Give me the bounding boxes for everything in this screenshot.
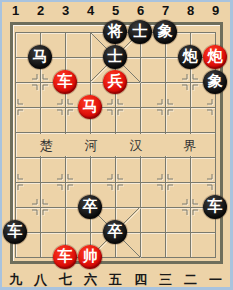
file-label-top: 2: [28, 3, 53, 18]
grid-cell: [65, 32, 90, 57]
grid-cell: [190, 107, 215, 132]
grid-cell: [140, 107, 165, 132]
piece-black-general[interactable]: 将: [103, 20, 127, 44]
xiangqi-board: 123456789 楚河汉界 九八七六五四三二一 将士象马士炮炮车兵象马卒车车卒…: [0, 0, 233, 290]
file-label-top: 1: [3, 3, 28, 18]
grid-cell: [15, 82, 40, 107]
piece-black-cannon[interactable]: 炮: [178, 45, 202, 69]
piece-red-soldier[interactable]: 兵: [103, 70, 127, 94]
grid-cell: [115, 157, 140, 182]
piece-black-soldier[interactable]: 卒: [78, 195, 102, 219]
file-label-top: 6: [128, 3, 153, 18]
grid-cell: [165, 182, 190, 207]
river-text: 河: [81, 137, 101, 155]
river-band: 楚河汉界: [17, 134, 214, 156]
piece-red-cannon[interactable]: 炮: [203, 45, 227, 69]
file-label-top: 8: [178, 3, 203, 18]
grid-cell: [140, 207, 165, 232]
grid-cell: [40, 182, 65, 207]
grid-cell: [165, 82, 190, 107]
piece-red-horse[interactable]: 马: [78, 95, 102, 119]
grid-cell: [40, 157, 65, 182]
grid-cell: [165, 207, 190, 232]
river-text: 界: [180, 137, 200, 155]
grid-cell: [165, 107, 190, 132]
grid-cell: [65, 157, 90, 182]
grid-cell: [15, 107, 40, 132]
piece-black-soldier[interactable]: 卒: [103, 220, 127, 244]
grid-cell: [190, 157, 215, 182]
file-label-top: 9: [203, 3, 228, 18]
piece-black-horse[interactable]: 马: [28, 45, 52, 69]
piece-black-advisor[interactable]: 士: [128, 20, 152, 44]
grid-cell: [140, 82, 165, 107]
grid-cell: [115, 182, 140, 207]
page-edge-top: [0, 0, 233, 2]
grid-cell: [140, 57, 165, 82]
grid-cell: [165, 232, 190, 257]
grid-cell: [140, 232, 165, 257]
piece-black-elephant[interactable]: 象: [203, 70, 227, 94]
grid-cell: [140, 182, 165, 207]
grid-cell: [190, 232, 215, 257]
file-numbers-top: 123456789: [3, 3, 228, 18]
piece-red-chariot[interactable]: 车: [53, 70, 77, 94]
page-edge-right: [230, 0, 233, 290]
piece-black-chariot[interactable]: 车: [3, 220, 27, 244]
grid-cell: [115, 107, 140, 132]
piece-red-chariot[interactable]: 车: [53, 245, 77, 269]
grid-cell: [15, 157, 40, 182]
grid-cell: [90, 157, 115, 182]
piece-black-chariot[interactable]: 车: [203, 195, 227, 219]
grid-cell: [40, 207, 65, 232]
page-edge-left: [0, 0, 2, 290]
river-text: 楚: [36, 137, 56, 155]
file-label-top: 7: [153, 3, 178, 18]
river-text: 汉: [126, 137, 146, 155]
grid-cell: [140, 157, 165, 182]
file-label-top: 4: [78, 3, 103, 18]
piece-black-advisor[interactable]: 士: [103, 45, 127, 69]
file-label-top: 3: [53, 3, 78, 18]
piece-red-general[interactable]: 帅: [78, 245, 102, 269]
piece-black-elephant[interactable]: 象: [153, 20, 177, 44]
grid-cell: [40, 107, 65, 132]
file-label-top: 5: [103, 3, 128, 18]
grid-cell: [165, 157, 190, 182]
grid-cell: [15, 182, 40, 207]
